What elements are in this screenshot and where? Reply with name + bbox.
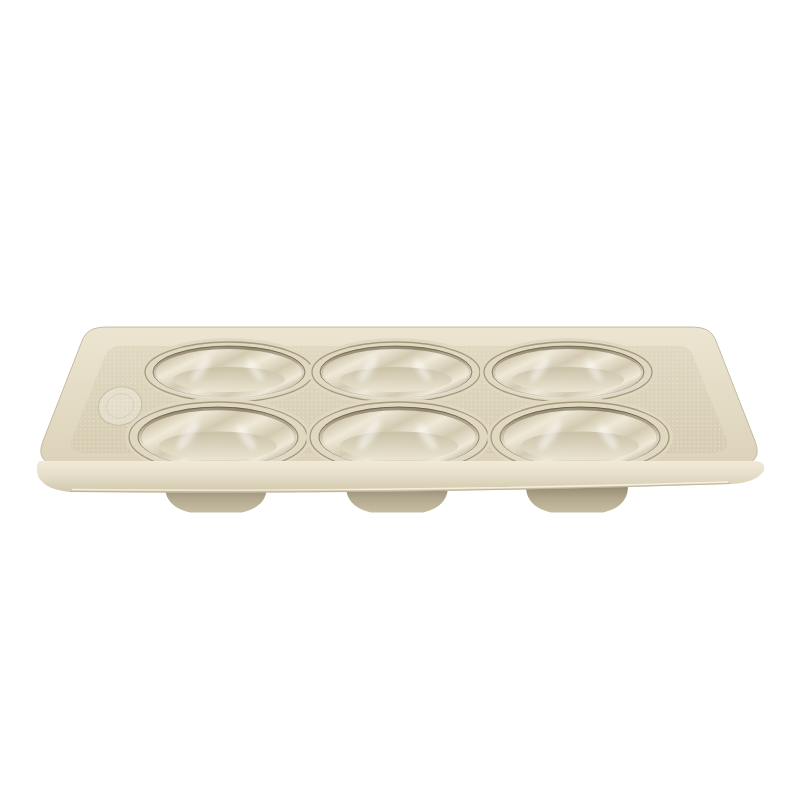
muffin-pan-illustration [0,0,800,800]
muffin-pan [37,327,764,513]
product-photo [0,0,800,800]
cup-opening-back-right [480,338,656,406]
cup-opening-back-center [308,338,484,406]
cup-underside-right [526,486,628,513]
cup-opening-back-left [141,338,317,406]
